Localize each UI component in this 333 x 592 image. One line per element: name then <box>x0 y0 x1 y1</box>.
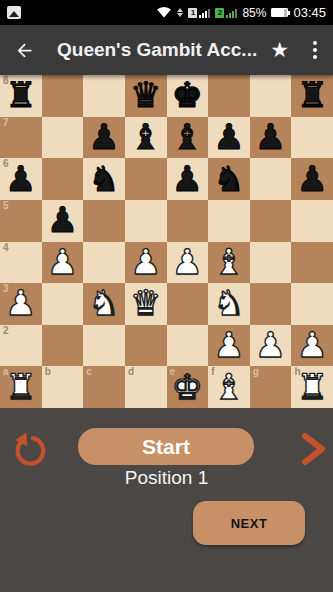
piece-wR-a1[interactable]: ♜ <box>5 367 36 408</box>
piece-bN-f6[interactable]: ♞ <box>213 159 244 200</box>
square-h4[interactable] <box>291 242 333 284</box>
square-b8[interactable] <box>42 75 84 117</box>
rank-label-7: 7 <box>3 118 9 128</box>
star-icon[interactable]: ★ <box>270 38 289 62</box>
piece-wP-e4[interactable]: ♟ <box>172 242 203 283</box>
piece-bR-a8[interactable]: ♜ <box>5 75 36 116</box>
square-e2[interactable] <box>167 325 209 367</box>
square-a3[interactable]: 3♟ <box>0 283 42 325</box>
square-a7[interactable]: 7 <box>0 117 42 159</box>
status-time: 03:45 <box>293 5 326 20</box>
piece-wP-f2[interactable]: ♟ <box>213 325 244 366</box>
square-g4[interactable] <box>250 242 292 284</box>
square-d2[interactable] <box>125 325 167 367</box>
wifi-icon <box>156 5 172 21</box>
piece-wB-f4[interactable]: ♝ <box>213 242 244 283</box>
file-label-d: d <box>128 367 134 377</box>
square-d6[interactable] <box>125 158 167 200</box>
restart-icon[interactable] <box>12 430 50 468</box>
square-h7[interactable] <box>291 117 333 159</box>
square-d1[interactable]: d <box>125 366 167 408</box>
square-g8[interactable] <box>250 75 292 117</box>
square-e1[interactable]: e♚ <box>167 366 209 408</box>
square-e5[interactable] <box>167 200 209 242</box>
rank-label-8: 8 <box>3 76 9 86</box>
square-a1[interactable]: a♜ <box>0 366 42 408</box>
start-button-label: Start <box>142 435 190 459</box>
piece-wB-f1[interactable]: ♝ <box>213 367 244 408</box>
sim2-signal-icon: 2 <box>215 8 237 18</box>
square-f8[interactable] <box>208 75 250 117</box>
piece-wP-d4[interactable]: ♟ <box>130 242 161 283</box>
square-c4[interactable] <box>83 242 125 284</box>
rank-label-6: 6 <box>3 159 9 169</box>
square-e4[interactable]: ♟ <box>167 242 209 284</box>
sim1-signal-icon: 1 <box>188 8 210 18</box>
file-label-a: a <box>3 367 9 377</box>
square-g7[interactable]: ♟ <box>250 117 292 159</box>
file-label-e: e <box>170 367 176 377</box>
square-h1[interactable]: h♜ <box>291 366 333 408</box>
square-e8[interactable]: ♚ <box>167 75 209 117</box>
piece-bP-g7[interactable]: ♟ <box>255 117 286 158</box>
piece-bP-e6[interactable]: ♟ <box>172 159 203 200</box>
piece-bQ-d8[interactable]: ♛ <box>130 75 161 116</box>
square-c7[interactable]: ♟ <box>83 117 125 159</box>
piece-wQ-d3[interactable]: ♛ <box>130 283 161 324</box>
square-g3[interactable] <box>250 283 292 325</box>
square-g2[interactable]: ♟ <box>250 325 292 367</box>
rank-label-4: 4 <box>3 243 9 253</box>
piece-wP-b4[interactable]: ♟ <box>47 242 78 283</box>
square-b2[interactable] <box>42 325 84 367</box>
square-c5[interactable] <box>83 200 125 242</box>
data-activity-icon <box>177 8 183 17</box>
page-title: Queen's Gambit Acc... <box>57 39 270 61</box>
square-c3[interactable]: ♞ <box>83 283 125 325</box>
square-c1[interactable]: c <box>83 366 125 408</box>
file-label-b: b <box>45 367 51 377</box>
rank-label-5: 5 <box>3 201 9 211</box>
piece-bP-c7[interactable]: ♟ <box>88 117 119 158</box>
square-h5[interactable] <box>291 200 333 242</box>
chess-board: 8♜♛♚♜7♟♝♝♟♟6♟♞♟♞♟5♟4♟♟♟♝3♟♞♛♞2♟♟♟a♜bcde♚… <box>0 75 333 408</box>
square-d8[interactable]: ♛ <box>125 75 167 117</box>
square-b6[interactable] <box>42 158 84 200</box>
square-f3[interactable]: ♞ <box>208 283 250 325</box>
rank-label-2: 2 <box>3 326 9 336</box>
square-a2[interactable]: 2 <box>0 325 42 367</box>
square-b5[interactable]: ♟ <box>42 200 84 242</box>
square-a5[interactable]: 5 <box>0 200 42 242</box>
square-a4[interactable]: 4 <box>0 242 42 284</box>
piece-wR-h1[interactable]: ♜ <box>296 367 327 408</box>
square-c8[interactable] <box>83 75 125 117</box>
square-f1[interactable]: f♝ <box>208 366 250 408</box>
app-bar: Queen's Gambit Acc... ★ <box>0 25 333 75</box>
square-g6[interactable] <box>250 158 292 200</box>
overflow-menu-icon[interactable] <box>313 41 317 59</box>
file-label-h: h <box>294 367 300 377</box>
start-button[interactable]: Start <box>78 428 254 465</box>
battery-icon <box>271 8 288 17</box>
piece-bB-e7[interactable]: ♝ <box>172 117 203 158</box>
gallery-notification-icon <box>7 6 21 19</box>
square-h2[interactable]: ♟ <box>291 325 333 367</box>
piece-wP-a3[interactable]: ♟ <box>5 283 36 324</box>
chevron-right-icon[interactable] <box>296 431 330 467</box>
piece-bB-d7[interactable]: ♝ <box>130 117 161 158</box>
square-d7[interactable]: ♝ <box>125 117 167 159</box>
square-b4[interactable]: ♟ <box>42 242 84 284</box>
square-d3[interactable]: ♛ <box>125 283 167 325</box>
file-label-g: g <box>253 367 259 377</box>
square-a6[interactable]: 6♟ <box>0 158 42 200</box>
square-a8[interactable]: 8♜ <box>0 75 42 117</box>
piece-bP-a6[interactable]: ♟ <box>5 159 36 200</box>
square-d4[interactable]: ♟ <box>125 242 167 284</box>
square-f2[interactable]: ♟ <box>208 325 250 367</box>
piece-bN-c6[interactable]: ♞ <box>88 159 119 200</box>
square-e6[interactable]: ♟ <box>167 158 209 200</box>
square-c6[interactable]: ♞ <box>83 158 125 200</box>
back-arrow-icon[interactable] <box>14 40 35 61</box>
square-h8[interactable]: ♜ <box>291 75 333 117</box>
next-button-label: NEXT <box>231 516 268 531</box>
battery-percent: 85% <box>242 6 266 20</box>
square-e7[interactable]: ♝ <box>167 117 209 159</box>
piece-wN-c3[interactable]: ♞ <box>88 283 119 324</box>
file-label-f: f <box>211 367 214 377</box>
piece-wP-g2[interactable]: ♟ <box>255 325 286 366</box>
square-g1[interactable]: g <box>250 366 292 408</box>
file-label-c: c <box>86 367 92 377</box>
square-b3[interactable] <box>42 283 84 325</box>
piece-wK-e1[interactable]: ♚ <box>172 367 203 408</box>
square-h3[interactable] <box>291 283 333 325</box>
piece-bK-e8[interactable]: ♚ <box>172 75 203 116</box>
bottom-panel: Start Position 1 NEXT <box>0 408 333 592</box>
square-f6[interactable]: ♞ <box>208 158 250 200</box>
next-button[interactable]: NEXT <box>193 501 305 545</box>
square-g5[interactable] <box>250 200 292 242</box>
piece-bP-b5[interactable]: ♟ <box>47 200 78 241</box>
square-d5[interactable] <box>125 200 167 242</box>
rank-label-3: 3 <box>3 284 9 294</box>
position-label: Position 1 <box>0 467 333 489</box>
piece-bP-f7[interactable]: ♟ <box>213 117 244 158</box>
status-bar: 1 2 85% 03:45 <box>0 0 333 25</box>
piece-wP-h2[interactable]: ♟ <box>296 325 327 366</box>
piece-bP-h6[interactable]: ♟ <box>296 159 327 200</box>
square-f7[interactable]: ♟ <box>208 117 250 159</box>
piece-bR-h8[interactable]: ♜ <box>296 75 327 116</box>
square-f4[interactable]: ♝ <box>208 242 250 284</box>
piece-wN-f3[interactable]: ♞ <box>213 283 244 324</box>
square-f5[interactable] <box>208 200 250 242</box>
square-b1[interactable]: b <box>42 366 84 408</box>
square-b7[interactable] <box>42 117 84 159</box>
square-e3[interactable] <box>167 283 209 325</box>
square-h6[interactable]: ♟ <box>291 158 333 200</box>
square-c2[interactable] <box>83 325 125 367</box>
